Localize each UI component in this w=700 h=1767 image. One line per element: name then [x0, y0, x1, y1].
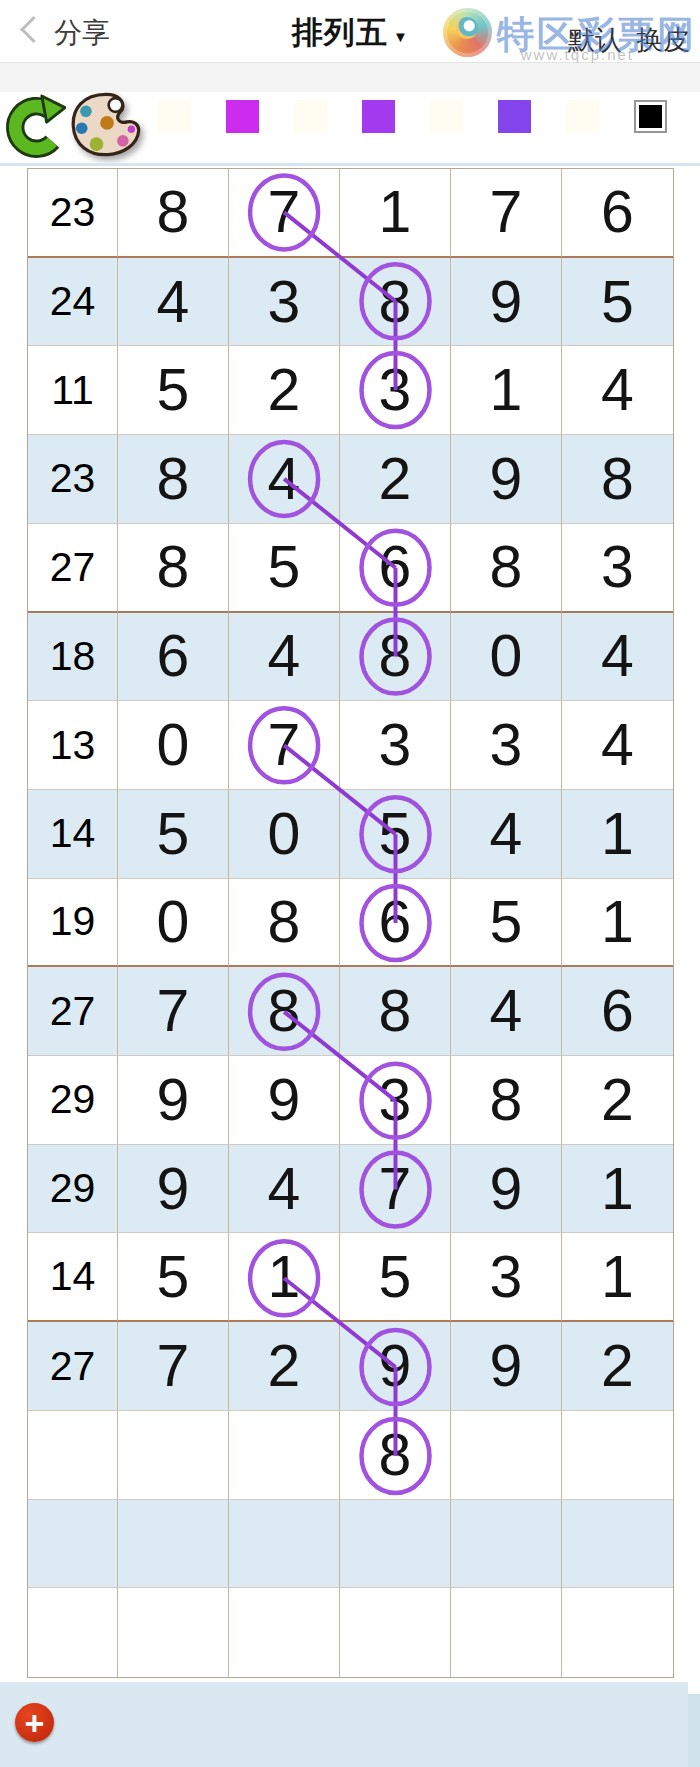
sum-cell-r17	[28, 1588, 118, 1677]
digit-cell-r7-c4: 3	[451, 701, 562, 790]
digit-cell-r7-c2: 7	[229, 701, 340, 790]
digit-cell-r5-c3: 6	[340, 524, 451, 613]
digit-cell-r7-c5: 4	[562, 701, 673, 790]
digit-cell-r10-c1: 7	[118, 967, 229, 1056]
digit-cell-r12-c5: 1	[562, 1145, 673, 1234]
digit-cell-r8-c4: 4	[451, 790, 562, 879]
digit-cell-r10-c3: 8	[340, 967, 451, 1056]
digit-cell-r6-c2: 4	[229, 613, 340, 702]
digit-cell-r4-c1: 8	[118, 435, 229, 524]
digit-cell-r15-c5	[562, 1411, 673, 1500]
color-swatch-3[interactable]	[294, 100, 327, 133]
digit-cell-r7-c1: 0	[118, 701, 229, 790]
digit-cell-r11-c1: 9	[118, 1056, 229, 1145]
sum-cell-r7: 13	[28, 701, 118, 790]
digit-cell-r14-c5: 2	[562, 1322, 673, 1411]
digit-cell-r5-c2: 5	[229, 524, 340, 613]
digit-cell-r9-c1: 0	[118, 879, 229, 968]
app-screen: 分享 排列五 ▼ 默认 换皮 特区彩票网 www.tqcp.net	[0, 0, 700, 1767]
digit-cell-r3-c5: 4	[562, 346, 673, 435]
digit-cell-r8-c3: 5	[340, 790, 451, 879]
palette-icon[interactable]	[66, 86, 146, 162]
digit-cell-r13-c3: 5	[340, 1233, 451, 1322]
digit-cell-r15-c2	[229, 1411, 340, 1500]
digit-cell-r12-c3: 7	[340, 1145, 451, 1234]
digit-cell-r12-c1: 9	[118, 1145, 229, 1234]
digit-cell-r14-c3: 9	[340, 1322, 451, 1411]
digit-cell-r10-c5: 6	[562, 967, 673, 1056]
digit-cell-r16-c1	[118, 1500, 229, 1589]
sum-cell-r2: 24	[28, 258, 118, 347]
digit-cell-r15-c4	[451, 1411, 562, 1500]
digit-cell-r17-c3	[340, 1588, 451, 1677]
digit-cell-r15-c1	[118, 1411, 229, 1500]
digit-cell-r16-c2	[229, 1500, 340, 1589]
digit-cell-r3-c1: 5	[118, 346, 229, 435]
color-swatch-4[interactable]	[362, 100, 395, 133]
site-logo-icon	[443, 8, 492, 57]
digit-cell-r13-c1: 5	[118, 1233, 229, 1322]
digit-cell-r13-c4: 3	[451, 1233, 562, 1322]
digit-cell-r1-c4: 7	[451, 169, 562, 258]
color-swatch-7[interactable]	[566, 100, 599, 133]
back-icon[interactable]	[20, 16, 47, 43]
digit-cell-r10-c2: 8	[229, 967, 340, 1056]
scrollbar-thumb[interactable]	[688, 1694, 700, 1767]
digit-cell-r16-c3	[340, 1500, 451, 1589]
digit-cell-r17-c1	[118, 1588, 229, 1677]
digit-cell-r2-c3: 8	[340, 258, 451, 347]
sum-cell-r11: 29	[28, 1056, 118, 1145]
digit-cell-r13-c2: 1	[229, 1233, 340, 1322]
sum-cell-r12: 29	[28, 1145, 118, 1234]
digit-cell-r6-c4: 0	[451, 613, 562, 702]
sum-cell-r16	[28, 1500, 118, 1589]
sum-cell-r3: 11	[28, 346, 118, 435]
digit-cell-r11-c2: 9	[229, 1056, 340, 1145]
digit-cell-r13-c5: 1	[562, 1233, 673, 1322]
dropdown-arrow-icon: ▼	[393, 28, 408, 45]
digit-cell-r16-c5	[562, 1500, 673, 1589]
digit-cell-r12-c4: 9	[451, 1145, 562, 1234]
skin-default-button[interactable]: 默认	[568, 22, 622, 58]
digit-cell-r1-c3: 1	[340, 169, 451, 258]
color-swatch-5[interactable]	[430, 100, 463, 133]
digit-cell-r8-c1: 5	[118, 790, 229, 879]
table-top-accent	[0, 163, 700, 166]
digit-cell-r17-c5	[562, 1588, 673, 1677]
color-swatch-1[interactable]	[158, 100, 191, 133]
sum-cell-r8: 14	[28, 790, 118, 879]
digit-cell-r4-c2: 4	[229, 435, 340, 524]
digit-cell-r3-c3: 3	[340, 346, 451, 435]
digit-cell-r5-c5: 3	[562, 524, 673, 613]
digit-cell-r9-c5: 1	[562, 879, 673, 968]
sum-cell-r14: 27	[28, 1322, 118, 1411]
drawing-toolbar	[0, 92, 700, 168]
digit-cell-r1-c2: 7	[229, 169, 340, 258]
sum-cell-r1: 23	[28, 169, 118, 258]
digit-cell-r12-c2: 4	[229, 1145, 340, 1234]
digit-cell-r14-c4: 9	[451, 1322, 562, 1411]
digit-cell-r4-c4: 9	[451, 435, 562, 524]
share-button[interactable]: 分享	[54, 14, 110, 52]
digit-cell-r15-c3: 8	[340, 1411, 451, 1500]
digit-cell-r11-c5: 2	[562, 1056, 673, 1145]
digit-cell-r11-c4: 8	[451, 1056, 562, 1145]
digit-cell-r10-c4: 4	[451, 967, 562, 1056]
trend-grid: 2387176244389511523142384298278568318648…	[27, 168, 674, 1678]
refresh-icon[interactable]	[4, 94, 66, 162]
sum-cell-r4: 23	[28, 435, 118, 524]
digit-cell-r3-c4: 1	[451, 346, 562, 435]
digit-cell-r9-c3: 6	[340, 879, 451, 968]
skin-change-button[interactable]: 换皮	[636, 22, 690, 58]
digit-cell-r14-c1: 7	[118, 1322, 229, 1411]
digit-cell-r5-c1: 8	[118, 524, 229, 613]
color-swatch-8[interactable]	[634, 100, 667, 133]
digit-cell-r6-c5: 4	[562, 613, 673, 702]
digit-cell-r6-c3: 8	[340, 613, 451, 702]
digit-cell-r2-c4: 9	[451, 258, 562, 347]
footer-band	[0, 1682, 688, 1767]
digit-cell-r1-c1: 8	[118, 169, 229, 258]
digit-cell-r5-c4: 8	[451, 524, 562, 613]
sum-cell-r13: 14	[28, 1233, 118, 1322]
digit-cell-r16-c4	[451, 1500, 562, 1589]
sum-cell-r9: 19	[28, 879, 118, 968]
digit-cell-r8-c2: 0	[229, 790, 340, 879]
digit-cell-r3-c2: 2	[229, 346, 340, 435]
sum-cell-r15	[28, 1411, 118, 1500]
digit-cell-r2-c1: 4	[118, 258, 229, 347]
title-dropdown[interactable]: 排列五 ▼	[292, 12, 408, 54]
digit-cell-r9-c4: 5	[451, 879, 562, 968]
digit-cell-r11-c3: 3	[340, 1056, 451, 1145]
digit-cell-r6-c1: 6	[118, 613, 229, 702]
digit-cell-r8-c5: 1	[562, 790, 673, 879]
digit-cell-r9-c2: 8	[229, 879, 340, 968]
sum-cell-r5: 27	[28, 524, 118, 613]
digit-cell-r4-c3: 2	[340, 435, 451, 524]
add-annotation-button[interactable]: +	[15, 1703, 54, 1742]
color-swatch-2[interactable]	[226, 100, 259, 133]
digit-cell-r17-c2	[229, 1588, 340, 1677]
sum-cell-r10: 27	[28, 967, 118, 1056]
color-swatch-6[interactable]	[498, 100, 531, 133]
digit-cell-r2-c5: 5	[562, 258, 673, 347]
sum-cell-r6: 18	[28, 613, 118, 702]
digit-cell-r1-c5: 6	[562, 169, 673, 258]
header-bar: 分享 排列五 ▼ 默认 换皮	[0, 0, 700, 63]
digit-cell-r2-c2: 3	[229, 258, 340, 347]
digit-cell-r17-c4	[451, 1588, 562, 1677]
digit-cell-r7-c3: 3	[340, 701, 451, 790]
digit-cell-r14-c2: 2	[229, 1322, 340, 1411]
digit-cell-r4-c5: 8	[562, 435, 673, 524]
page-title: 排列五	[292, 12, 388, 54]
